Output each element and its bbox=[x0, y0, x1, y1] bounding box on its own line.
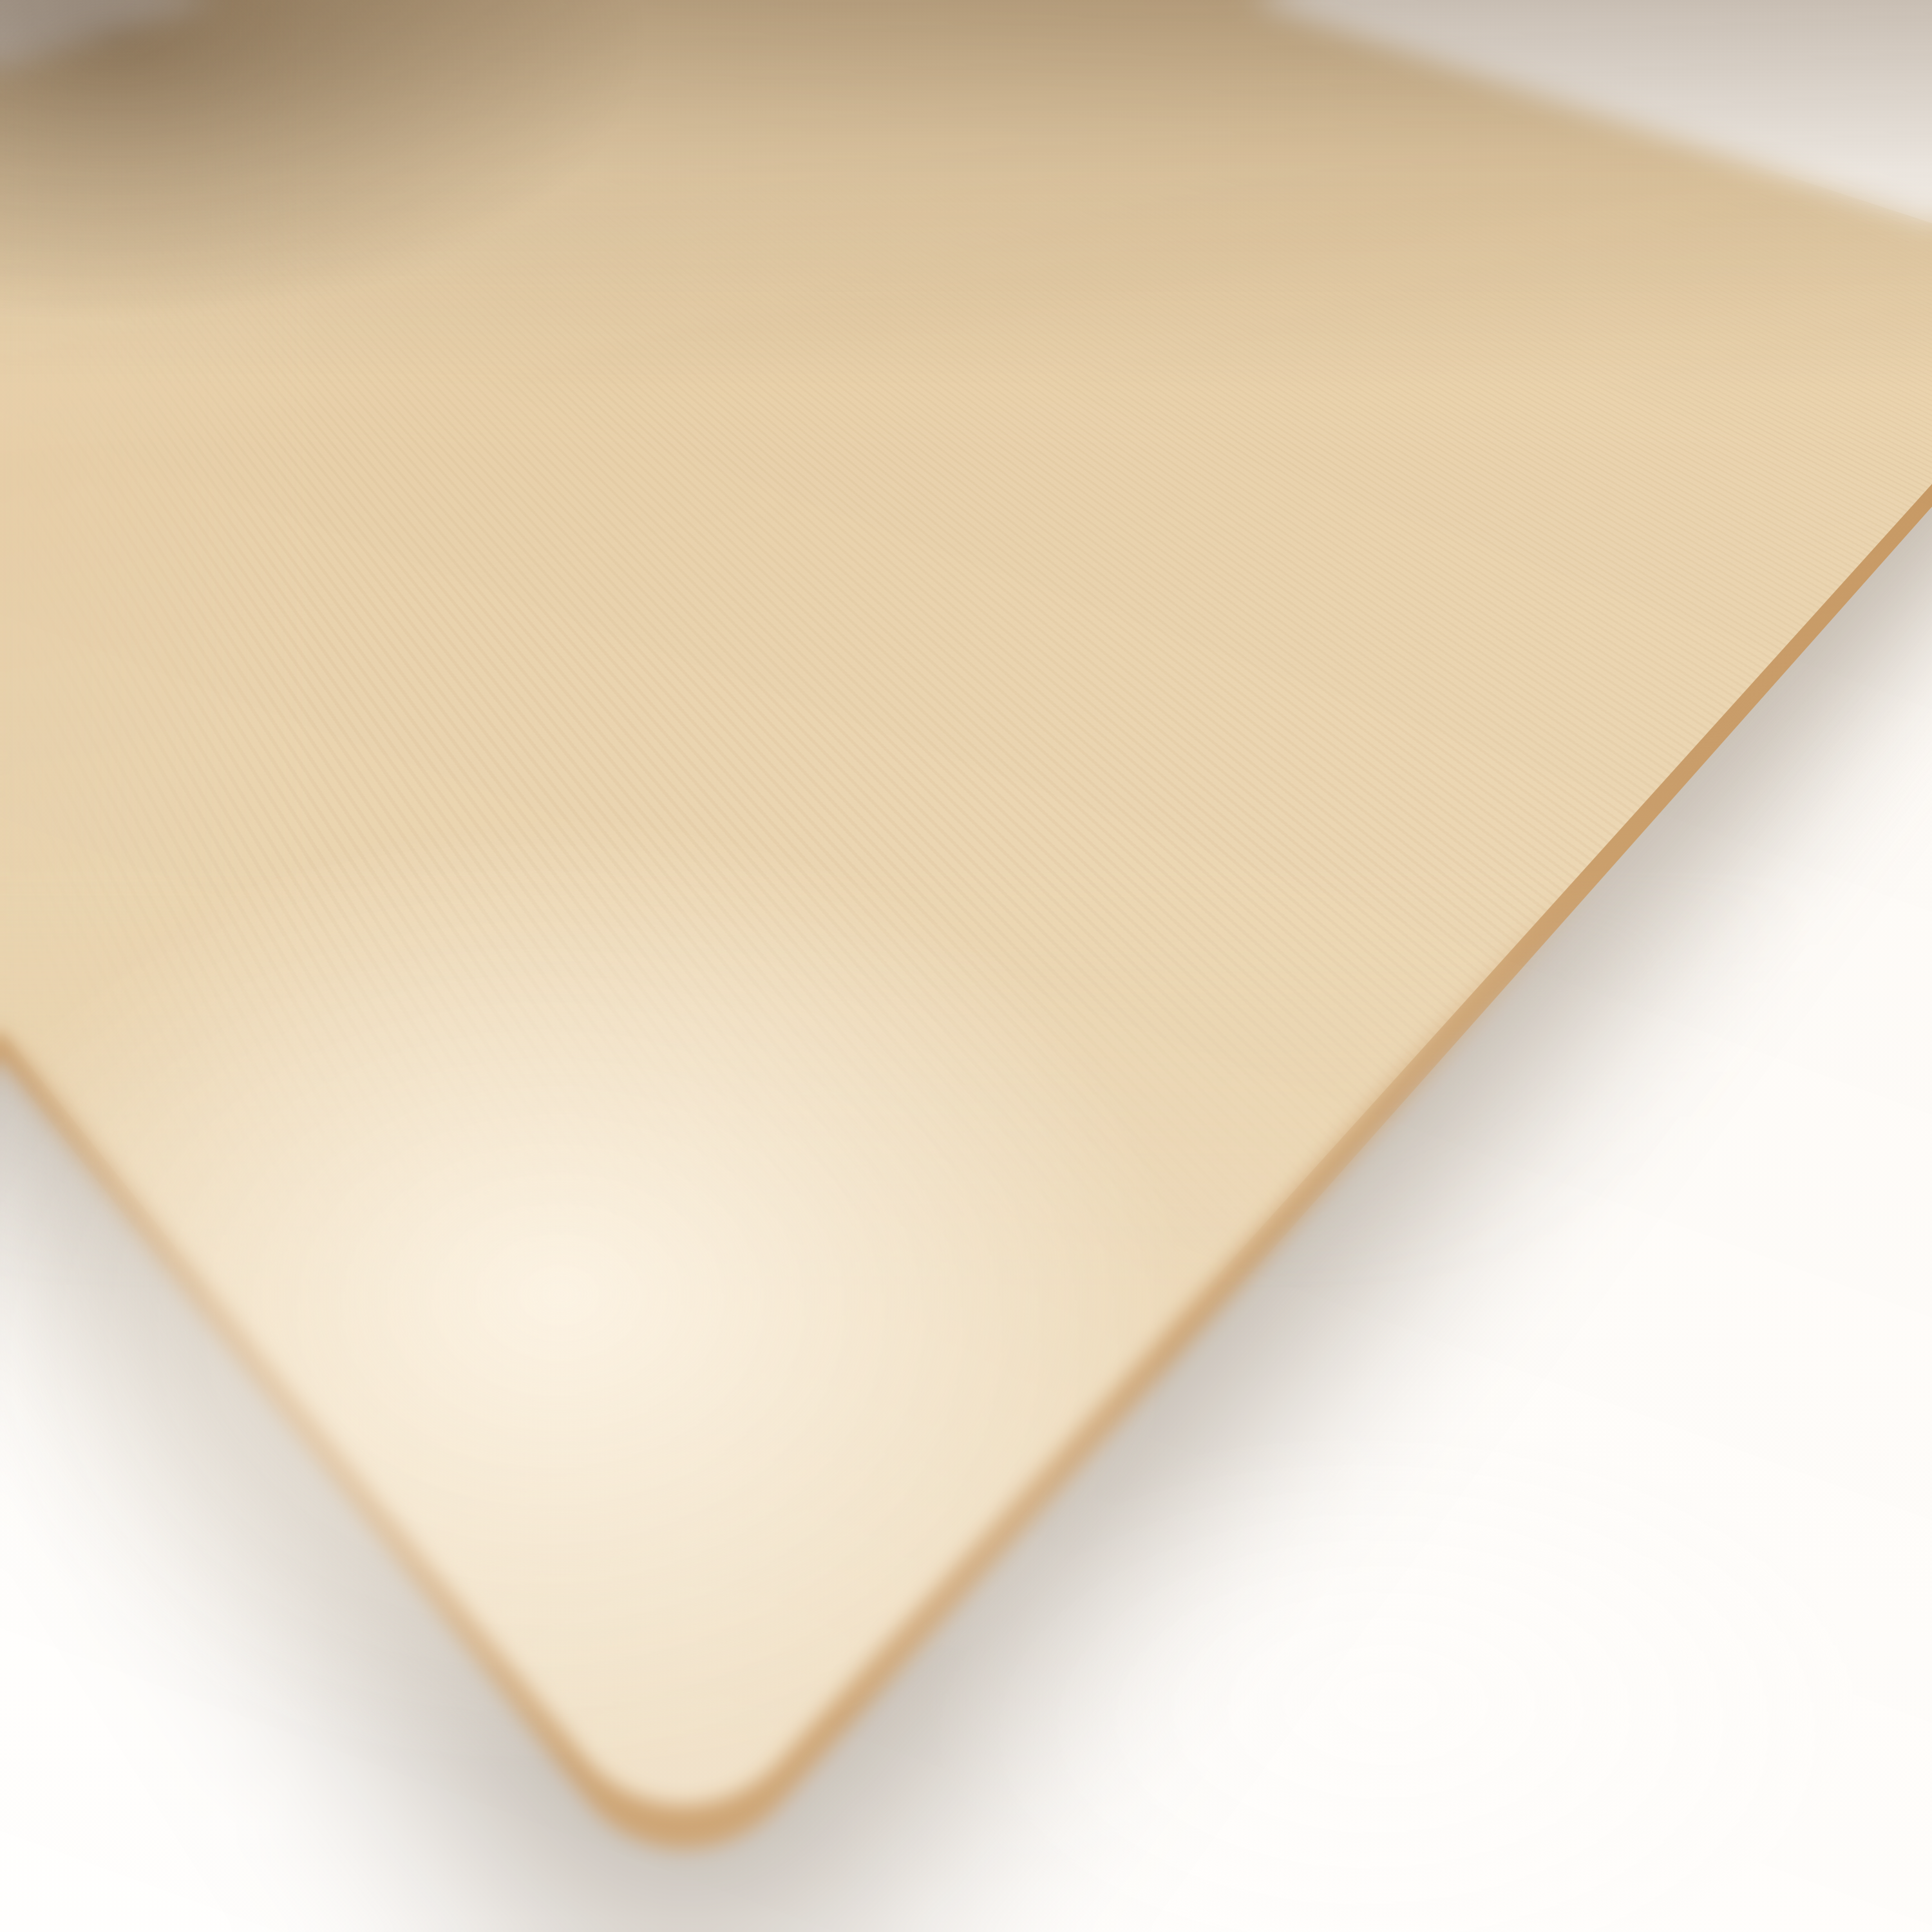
photo-canvas bbox=[0, 0, 1932, 1932]
board-3d-plane bbox=[0, 0, 1932, 1874]
